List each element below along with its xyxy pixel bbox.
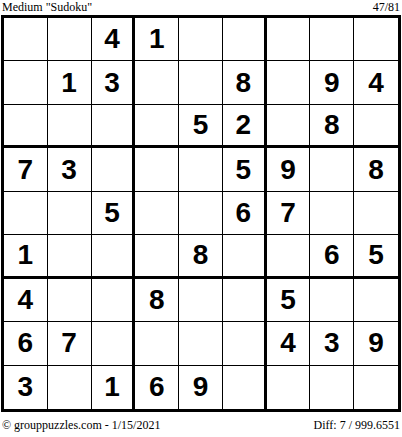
cell-r7c6[interactable] [223, 279, 267, 322]
cell-r4c3[interactable] [92, 148, 136, 191]
cell-r3c9[interactable] [354, 105, 398, 148]
page-title: Medium "Sudoku" [2, 1, 92, 14]
cell-r2c4[interactable] [135, 61, 179, 104]
cell-r5c2[interactable] [48, 192, 92, 235]
copyright-text: © grouppuzzles.com - 1/15/2021 [2, 418, 160, 432]
cell-r3c2[interactable] [48, 105, 92, 148]
cell-r3c3[interactable] [92, 105, 136, 148]
cell-r6c6[interactable] [223, 235, 267, 278]
cell-r7c9[interactable] [354, 279, 398, 322]
cell-r1c7[interactable] [267, 18, 311, 61]
cell-r7c5[interactable] [179, 279, 223, 322]
cell-r8c2[interactable]: 7 [48, 322, 92, 365]
cell-r5c7[interactable]: 7 [267, 192, 311, 235]
sudoku-board: 4113894528735985671865485674393169 [1, 15, 401, 412]
cell-r8c3[interactable] [92, 322, 136, 365]
cell-r5c3[interactable]: 5 [92, 192, 136, 235]
cell-r8c8[interactable]: 3 [310, 322, 354, 365]
cell-r6c9[interactable]: 5 [354, 235, 398, 278]
cell-r8c7[interactable]: 4 [267, 322, 311, 365]
cell-r8c4[interactable] [135, 322, 179, 365]
cell-r7c1[interactable]: 4 [4, 279, 48, 322]
cell-r6c4[interactable] [135, 235, 179, 278]
cell-r2c7[interactable] [267, 61, 311, 104]
cell-r8c1[interactable]: 6 [4, 322, 48, 365]
cell-r8c9[interactable]: 9 [354, 322, 398, 365]
cell-r9c1[interactable]: 3 [4, 366, 48, 409]
progress-counter: 47/81 [373, 1, 400, 14]
cell-r7c2[interactable] [48, 279, 92, 322]
cell-r2c6[interactable]: 8 [223, 61, 267, 104]
difficulty-text: Diff: 7 / 999.6551 [314, 418, 400, 432]
cell-r1c4[interactable]: 1 [135, 18, 179, 61]
cell-r6c1[interactable]: 1 [4, 235, 48, 278]
cell-r8c6[interactable] [223, 322, 267, 365]
cell-r2c5[interactable] [179, 61, 223, 104]
cell-r3c4[interactable] [135, 105, 179, 148]
cell-r5c6[interactable]: 6 [223, 192, 267, 235]
cell-r4c9[interactable]: 8 [354, 148, 398, 191]
cell-r4c2[interactable]: 3 [48, 148, 92, 191]
cell-r5c4[interactable] [135, 192, 179, 235]
cell-r7c3[interactable] [92, 279, 136, 322]
cell-r4c8[interactable] [310, 148, 354, 191]
cell-r1c6[interactable] [223, 18, 267, 61]
cell-r9c2[interactable] [48, 366, 92, 409]
cell-r1c8[interactable] [310, 18, 354, 61]
cell-r1c2[interactable] [48, 18, 92, 61]
cell-r4c6[interactable]: 5 [223, 148, 267, 191]
cell-r1c9[interactable] [354, 18, 398, 61]
cell-r5c8[interactable] [310, 192, 354, 235]
cell-r3c6[interactable]: 2 [223, 105, 267, 148]
cell-r3c7[interactable] [267, 105, 311, 148]
cell-r2c1[interactable] [4, 61, 48, 104]
cell-r2c9[interactable]: 4 [354, 61, 398, 104]
page-root: Medium "Sudoku" 47/81 411389452873598567… [0, 0, 402, 437]
cell-r4c4[interactable] [135, 148, 179, 191]
cell-r3c5[interactable]: 5 [179, 105, 223, 148]
cell-r9c7[interactable] [267, 366, 311, 409]
cell-r2c3[interactable]: 3 [92, 61, 136, 104]
cell-r5c9[interactable] [354, 192, 398, 235]
cell-r1c3[interactable]: 4 [92, 18, 136, 61]
cell-r9c9[interactable] [354, 366, 398, 409]
cell-r5c1[interactable] [4, 192, 48, 235]
cell-r4c7[interactable]: 9 [267, 148, 311, 191]
cell-r5c5[interactable] [179, 192, 223, 235]
cell-r4c1[interactable]: 7 [4, 148, 48, 191]
cell-r9c3[interactable]: 1 [92, 366, 136, 409]
cell-r2c2[interactable]: 1 [48, 61, 92, 104]
cell-r6c3[interactable] [92, 235, 136, 278]
cell-r7c4[interactable]: 8 [135, 279, 179, 322]
cell-r9c4[interactable]: 6 [135, 366, 179, 409]
cell-r2c8[interactable]: 9 [310, 61, 354, 104]
cell-r7c8[interactable] [310, 279, 354, 322]
cell-r8c5[interactable] [179, 322, 223, 365]
cell-r4c5[interactable] [179, 148, 223, 191]
cell-r9c5[interactable]: 9 [179, 366, 223, 409]
cell-r6c7[interactable] [267, 235, 311, 278]
cell-r9c6[interactable] [223, 366, 267, 409]
cell-r1c5[interactable] [179, 18, 223, 61]
cell-r7c7[interactable]: 5 [267, 279, 311, 322]
cell-r6c5[interactable]: 8 [179, 235, 223, 278]
cell-r9c8[interactable] [310, 366, 354, 409]
cell-r3c8[interactable]: 8 [310, 105, 354, 148]
cell-r3c1[interactable] [4, 105, 48, 148]
cell-r6c8[interactable]: 6 [310, 235, 354, 278]
cell-r1c1[interactable] [4, 18, 48, 61]
cell-r6c2[interactable] [48, 235, 92, 278]
